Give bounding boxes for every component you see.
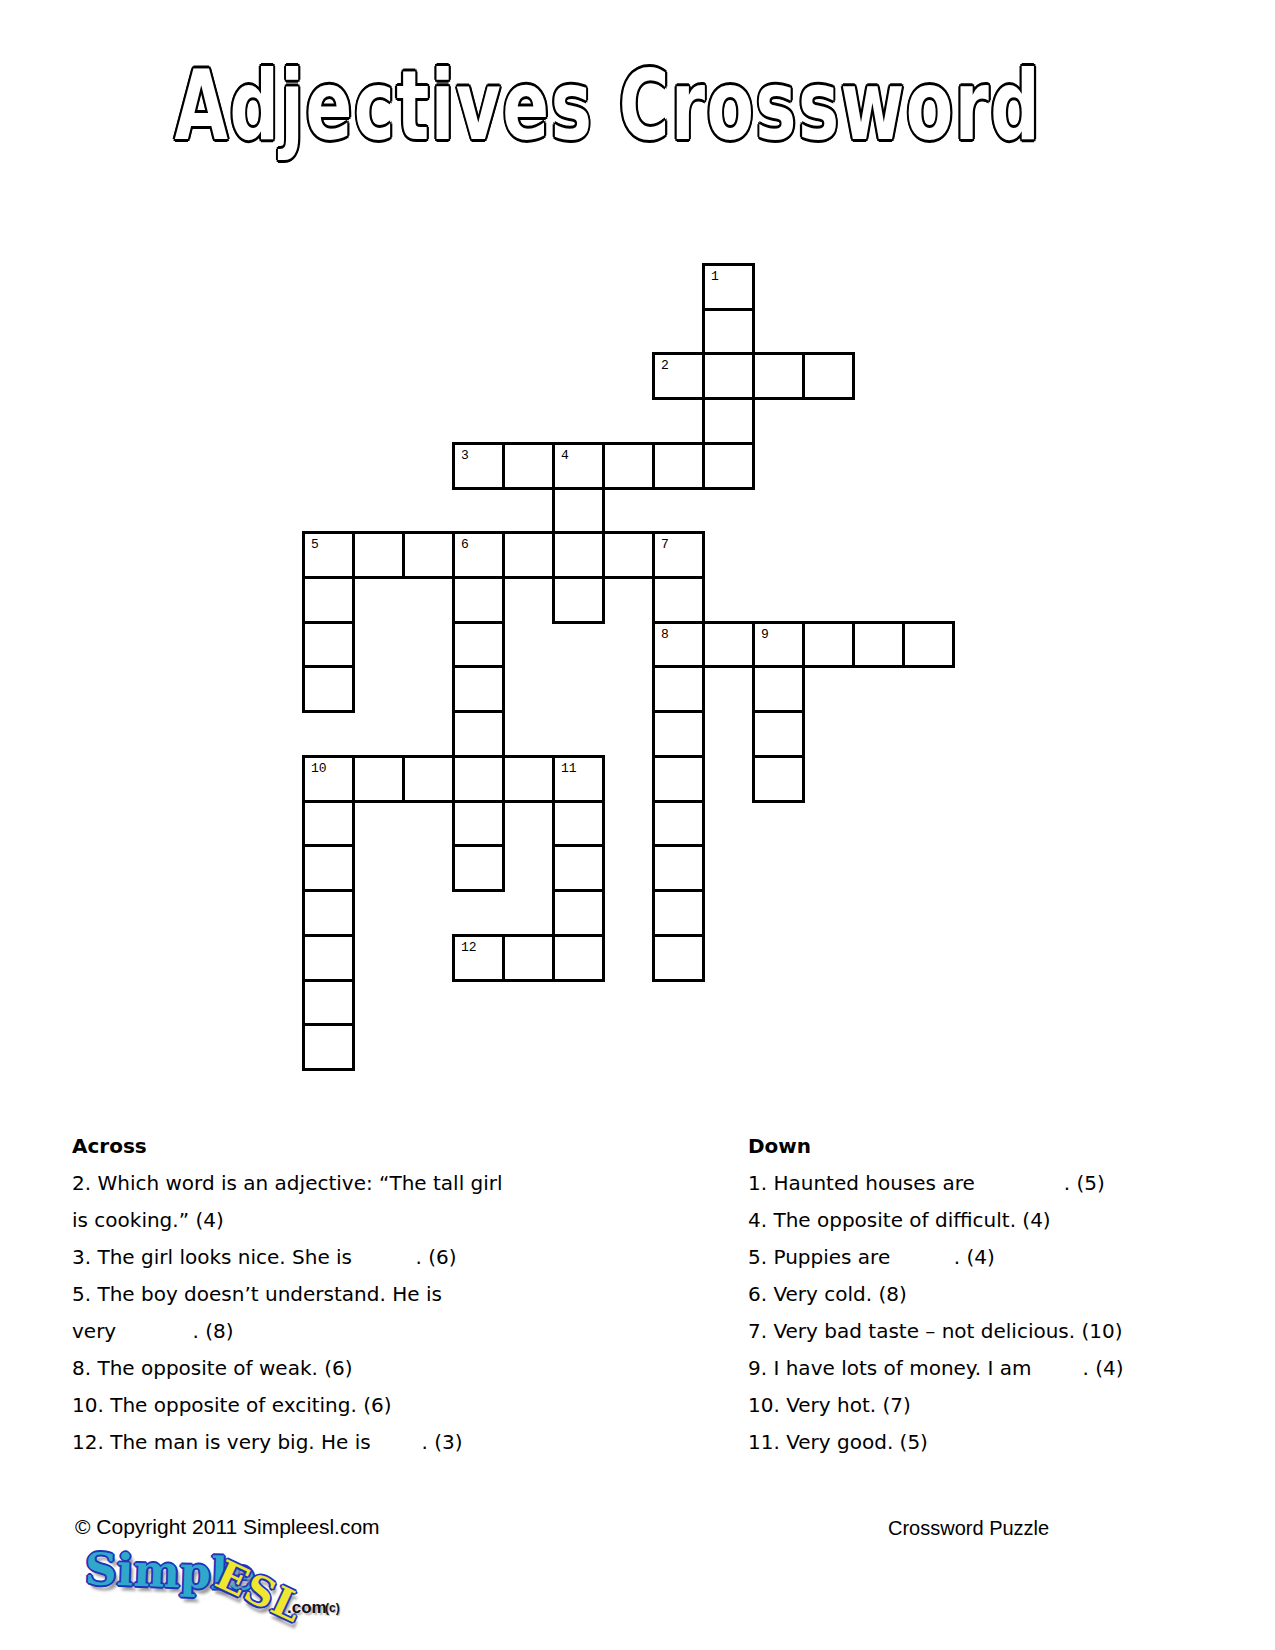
clue-number: 7 [661,538,669,551]
grid-cell[interactable] [552,934,605,982]
grid-cell[interactable] [302,665,355,713]
grid-cell[interactable] [452,934,505,982]
clue-number: 3 [461,449,469,462]
grid-cell[interactable] [452,800,505,847]
across-clue-2-line2: is cooking.” (4) [72,1202,503,1239]
grid-cell[interactable] [452,621,505,668]
grid-cell[interactable] [302,889,355,937]
grid-cell[interactable] [352,531,405,579]
grid-cell[interactable] [752,665,805,713]
grid-cell[interactable] [502,442,555,490]
grid-cell[interactable] [652,665,705,713]
grid-cell[interactable] [802,352,855,400]
grid-cell[interactable] [552,889,605,937]
grid-cell[interactable] [652,352,705,400]
page-type-label: Crossword Puzzle [888,1517,1049,1540]
grid-cell[interactable] [652,844,705,892]
across-clues: Across 2. Which word is an adjective: “T… [72,1128,503,1461]
grid-cell[interactable] [302,800,355,847]
grid-cell[interactable] [652,889,705,937]
across-clue-10: 10. The opposite of exciting. (6) [72,1387,503,1424]
clue-number: 2 [661,359,669,372]
grid-cell[interactable] [452,844,505,892]
grid-cell[interactable] [452,665,505,713]
down-clue-10: 10. Very hot. (7) [748,1387,1123,1424]
grid-cell[interactable] [402,531,455,579]
copyright-text: © Copyright 2011 Simpleesl.com [75,1515,380,1539]
across-clue-3: 3. The girl looks nice. She is . (6) [72,1239,503,1276]
grid-cell[interactable] [702,263,755,311]
page-title: Adjectives Crossword [0,50,1275,162]
grid-cell[interactable] [902,621,955,668]
grid-cell[interactable] [302,531,355,579]
down-clue-11: 11. Very good. (5) [748,1424,1123,1461]
crossword-grid: 123456789101112 [302,263,957,1073]
simpleesl-logo: Simple ESL .com (c) [85,1548,365,1623]
across-clue-5-line1: 5. The boy doesn’t understand. He is [72,1276,503,1313]
grid-cell[interactable] [752,755,805,803]
grid-cell[interactable] [352,755,405,803]
grid-cell[interactable] [302,934,355,982]
clue-number: 9 [761,628,769,641]
grid-cell[interactable] [452,576,505,624]
down-clue-7: 7. Very bad taste – not delicious. (10) [748,1313,1123,1350]
across-clue-12: 12. The man is very big. He is . (3) [72,1424,503,1461]
grid-cell[interactable] [752,621,805,668]
grid-cell[interactable] [602,442,655,490]
down-header: Down [748,1128,1123,1165]
down-clue-1: 1. Haunted houses are . (5) [748,1165,1123,1202]
grid-cell[interactable] [452,442,505,490]
clue-number: 5 [311,538,319,551]
grid-cell[interactable] [302,1023,355,1071]
grid-cell[interactable] [502,755,555,803]
down-clue-4: 4. The opposite of difficult. (4) [748,1202,1123,1239]
across-clue-8: 8. The opposite of weak. (6) [72,1350,503,1387]
clue-number: 4 [561,449,569,462]
grid-cell[interactable] [702,308,755,355]
clue-number: 8 [661,628,669,641]
grid-cell[interactable] [302,621,355,668]
clue-number: 11 [561,762,577,775]
grid-cell[interactable] [552,487,605,534]
grid-cell[interactable] [652,621,705,668]
grid-cell[interactable] [502,934,555,982]
down-clues: Down 1. Haunted houses are . (5) 4. The … [748,1128,1123,1461]
grid-cell[interactable] [452,755,505,803]
grid-cell[interactable] [402,755,455,803]
grid-cell[interactable] [552,531,605,579]
grid-cell[interactable] [652,710,705,758]
logo-com-text: .com [287,1598,327,1618]
grid-cell[interactable] [752,352,805,400]
grid-cell[interactable] [652,934,705,982]
grid-cell[interactable] [702,442,755,490]
clue-number: 10 [311,762,327,775]
clue-number: 6 [461,538,469,551]
grid-cell[interactable] [302,844,355,892]
grid-cell[interactable] [302,979,355,1026]
logo-copyright-mark: (c) [325,1601,340,1615]
grid-cell[interactable] [552,844,605,892]
grid-cell[interactable] [552,576,605,624]
grid-cell[interactable] [552,442,605,490]
grid-cell[interactable] [702,621,755,668]
across-clue-2-line1: 2. Which word is an adjective: “The tall… [72,1165,503,1202]
grid-cell[interactable] [702,397,755,445]
grid-cell[interactable] [502,531,555,579]
grid-cell[interactable] [552,800,605,847]
grid-cell[interactable] [752,710,805,758]
grid-cell[interactable] [652,576,705,624]
grid-cell[interactable] [652,800,705,847]
grid-cell[interactable] [702,352,755,400]
grid-cell[interactable] [802,621,855,668]
clue-number: 1 [711,270,719,283]
down-clue-5: 5. Puppies are . (4) [748,1239,1123,1276]
grid-cell[interactable] [652,442,705,490]
down-clue-9: 9. I have lots of money. I am . (4) [748,1350,1123,1387]
grid-cell[interactable] [552,755,605,803]
grid-cell[interactable] [652,755,705,803]
grid-cell[interactable] [302,755,355,803]
down-clue-6: 6. Very cold. (8) [748,1276,1123,1313]
grid-cell[interactable] [302,576,355,624]
grid-cell[interactable] [852,621,905,668]
grid-cell[interactable] [602,531,655,579]
grid-cell[interactable] [652,531,705,579]
grid-cell[interactable] [452,710,505,758]
page-title-text: Adjectives Crossword [174,50,1041,162]
clue-number: 12 [461,941,477,954]
grid-cell[interactable] [452,531,505,579]
across-clue-5-line2: very . (8) [72,1313,503,1350]
across-header: Across [72,1128,503,1165]
